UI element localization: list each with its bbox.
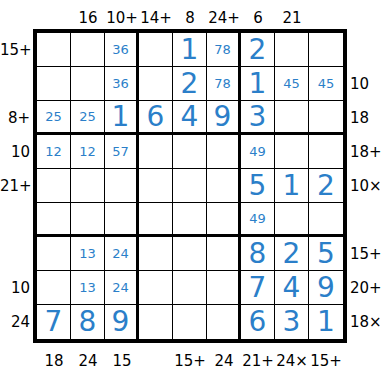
clue-top-col8: 21: [282, 10, 301, 26]
cell-r1c8[interactable]: [275, 33, 309, 67]
cell-r2c4[interactable]: [139, 67, 173, 101]
cell-r1c2[interactable]: [71, 33, 105, 67]
solved-digit: 9: [317, 274, 335, 302]
cell-r7c9[interactable]: 5: [309, 237, 343, 271]
solved-digit: 5: [317, 240, 335, 268]
solved-digit: 7: [249, 274, 267, 302]
cell-r2c8[interactable]: 45: [275, 67, 309, 101]
pencil-marks: 45: [318, 77, 335, 90]
solved-digit: 9: [112, 308, 130, 336]
clue-right-row5: 10×: [350, 178, 382, 194]
cell-r5c6[interactable]: [207, 169, 241, 203]
cell-r9c5[interactable]: [173, 305, 207, 339]
clue-right-row9: 18×: [350, 314, 382, 330]
cell-r8c8[interactable]: 4: [275, 271, 309, 305]
cell-r8c7[interactable]: 7: [241, 271, 275, 305]
cell-r6c2[interactable]: [71, 203, 105, 237]
cell-r1c4[interactable]: [139, 33, 173, 67]
sudoku-grid: 3617823627814545252516493121257495124913…: [33, 29, 347, 343]
cell-r4c6[interactable]: [207, 135, 241, 169]
clue-bottom-col9: 15+: [310, 353, 342, 369]
clue-top-col3: 10+: [106, 10, 138, 26]
cell-r7c1[interactable]: [37, 237, 71, 271]
solved-digit: 9: [214, 103, 232, 131]
clue-right-row4: 18+: [350, 144, 382, 160]
cell-r4c9[interactable]: [309, 135, 343, 169]
cell-r3c7[interactable]: 3: [241, 101, 275, 135]
cell-r9c9[interactable]: 1: [309, 305, 343, 339]
solved-digit: 3: [283, 308, 301, 336]
clue-top-col5: 8: [185, 10, 195, 26]
cell-r5c5[interactable]: [173, 169, 207, 203]
cell-r9c4[interactable]: [139, 305, 173, 339]
cell-r4c8[interactable]: [275, 135, 309, 169]
pencil-marks: 25: [79, 110, 96, 123]
cell-r7c8[interactable]: 2: [275, 237, 309, 271]
clue-left-row5: 21+: [0, 178, 30, 194]
cell-r9c3[interactable]: 9: [105, 305, 139, 339]
cell-r9c7[interactable]: 6: [241, 305, 275, 339]
clue-left-row3: 8+: [0, 110, 30, 126]
pencil-marks: 24: [112, 247, 129, 260]
cell-r9c6[interactable]: [207, 305, 241, 339]
clue-bottom-col8: 24×: [276, 353, 308, 369]
cell-r3c3[interactable]: 1: [105, 101, 139, 135]
cell-r1c5[interactable]: 1: [173, 33, 207, 67]
cell-r3c6[interactable]: 9: [207, 101, 241, 135]
clue-top-col7: 6: [253, 10, 263, 26]
cell-r1c1[interactable]: [37, 33, 71, 67]
cell-r5c7[interactable]: 5: [241, 169, 275, 203]
solved-digit: 1: [317, 308, 335, 336]
solved-digit: 1: [249, 70, 267, 98]
pencil-marks: 45: [283, 77, 300, 90]
solved-digit: 7: [45, 308, 63, 336]
pencil-marks: 78: [214, 77, 231, 90]
cell-r1c9[interactable]: [309, 33, 343, 67]
clue-right-row8: 20+: [350, 280, 382, 296]
solved-digit: 8: [79, 308, 97, 336]
clue-left-row4: 10: [0, 144, 30, 160]
cell-r9c1[interactable]: 7: [37, 305, 71, 339]
cell-r7c5[interactable]: [173, 237, 207, 271]
clue-bottom-col2: 24: [78, 353, 97, 369]
cell-r1c3[interactable]: 36: [105, 33, 139, 67]
solved-digit: 2: [181, 70, 199, 98]
cell-r3c5[interactable]: 4: [173, 101, 207, 135]
clue-left-row9: 24: [0, 314, 30, 330]
cell-r8c6[interactable]: [207, 271, 241, 305]
cell-r2c6[interactable]: 78: [207, 67, 241, 101]
cell-r6c6[interactable]: [207, 203, 241, 237]
clue-bottom-col3: 15: [112, 353, 131, 369]
cell-r4c1[interactable]: 12: [37, 135, 71, 169]
cell-r7c6[interactable]: [207, 237, 241, 271]
pencil-marks: 12: [45, 145, 62, 158]
cell-r6c8[interactable]: [275, 203, 309, 237]
cell-r6c4[interactable]: [139, 203, 173, 237]
cell-r6c3[interactable]: [105, 203, 139, 237]
solved-digit: 8: [249, 240, 267, 268]
solved-digit: 5: [249, 172, 267, 200]
clue-bottom-col1: 18: [44, 353, 63, 369]
cell-r4c5[interactable]: [173, 135, 207, 169]
cell-r2c9[interactable]: 45: [309, 67, 343, 101]
cell-r7c2[interactable]: 13: [71, 237, 105, 271]
cell-r3c9[interactable]: [309, 101, 343, 135]
cell-r7c4[interactable]: [139, 237, 173, 271]
solved-digit: 6: [249, 308, 267, 336]
clue-bottom-col6: 24: [214, 353, 233, 369]
cell-r6c7[interactable]: 49: [241, 203, 275, 237]
clue-top-col2: 16: [78, 10, 97, 26]
cell-r2c7[interactable]: 1: [241, 67, 275, 101]
pencil-marks: 36: [112, 43, 129, 56]
solved-digit: 1: [283, 172, 301, 200]
cell-r3c2[interactable]: 25: [71, 101, 105, 135]
solved-digit: 2: [283, 240, 301, 268]
cell-r5c8[interactable]: 1: [275, 169, 309, 203]
cell-r8c9[interactable]: 9: [309, 271, 343, 305]
solved-digit: 6: [147, 103, 165, 131]
pencil-marks: 13: [79, 281, 96, 294]
cell-r3c4[interactable]: 6: [139, 101, 173, 135]
cell-r5c9[interactable]: 2: [309, 169, 343, 203]
solved-digit: 4: [181, 103, 199, 131]
cell-r2c3[interactable]: 36: [105, 67, 139, 101]
cell-r7c7[interactable]: 8: [241, 237, 275, 271]
cell-r4c7[interactable]: 49: [241, 135, 275, 169]
cell-r8c2[interactable]: 13: [71, 271, 105, 305]
solved-digit: 2: [249, 36, 267, 64]
pencil-marks: 25: [45, 110, 62, 123]
cell-r8c1[interactable]: [37, 271, 71, 305]
cell-r8c4[interactable]: [139, 271, 173, 305]
pencil-marks: 49: [249, 212, 266, 225]
clue-left-row8: 10: [0, 280, 30, 296]
clue-right-row3: 18: [350, 110, 369, 126]
cell-r2c1[interactable]: [37, 67, 71, 101]
cell-r2c5[interactable]: 2: [173, 67, 207, 101]
cell-r2c2[interactable]: [71, 67, 105, 101]
solved-digit: 3: [249, 103, 267, 131]
pencil-marks: 24: [112, 281, 129, 294]
clue-top-col6: 24+: [208, 10, 240, 26]
pencil-marks: 57: [112, 145, 129, 158]
pencil-marks: 12: [79, 145, 96, 158]
clue-left-row1: 15+: [0, 42, 30, 58]
frame-sudoku-puzzle: 3617823627814545252516493121257495124913…: [0, 0, 386, 386]
cell-r9c8[interactable]: 3: [275, 305, 309, 339]
solved-digit: 4: [283, 274, 301, 302]
cell-r5c3[interactable]: [105, 169, 139, 203]
cell-r5c2[interactable]: [71, 169, 105, 203]
clue-right-row2: 10: [350, 76, 369, 92]
cell-r6c1[interactable]: [37, 203, 71, 237]
solved-digit: 2: [317, 172, 335, 200]
cell-r4c4[interactable]: [139, 135, 173, 169]
clue-bottom-col5: 15+: [174, 353, 206, 369]
clue-bottom-col7: 21+: [242, 353, 274, 369]
cell-r5c1[interactable]: [37, 169, 71, 203]
pencil-marks: 49: [249, 145, 266, 158]
cell-r6c9[interactable]: [309, 203, 343, 237]
cell-r7c3[interactable]: 24: [105, 237, 139, 271]
cell-r8c5[interactable]: [173, 271, 207, 305]
pencil-marks: 36: [112, 77, 129, 90]
pencil-marks: 78: [214, 43, 231, 56]
pencil-marks: 13: [79, 247, 96, 260]
clue-top-col4: 14+: [140, 10, 172, 26]
cell-r3c1[interactable]: 25: [37, 101, 71, 135]
cell-r6c5[interactable]: [173, 203, 207, 237]
cell-r1c7[interactable]: 2: [241, 33, 275, 67]
clue-right-row7: 15+: [350, 246, 382, 262]
solved-digit: 1: [181, 36, 199, 64]
cell-r3c8[interactable]: [275, 101, 309, 135]
cell-r8c3[interactable]: 24: [105, 271, 139, 305]
cell-r9c2[interactable]: 8: [71, 305, 105, 339]
cell-r4c3[interactable]: 57: [105, 135, 139, 169]
cell-r1c6[interactable]: 78: [207, 33, 241, 67]
solved-digit: 1: [112, 103, 130, 131]
cell-r4c2[interactable]: 12: [71, 135, 105, 169]
cell-r5c4[interactable]: [139, 169, 173, 203]
